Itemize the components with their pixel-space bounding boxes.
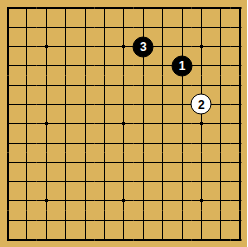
board-intersection bbox=[114, 211, 133, 230]
board-intersection bbox=[114, 172, 133, 191]
board-intersection bbox=[192, 230, 211, 247]
board-intersection bbox=[75, 76, 94, 95]
stone-white-2: 2 bbox=[191, 94, 212, 115]
board-intersection bbox=[0, 95, 17, 114]
board-intersection bbox=[95, 0, 114, 18]
stone-move-number: 1 bbox=[179, 60, 186, 72]
board-intersection bbox=[134, 153, 153, 172]
board-intersection bbox=[192, 191, 211, 210]
board-intersection bbox=[153, 56, 172, 75]
board-intersection bbox=[56, 172, 75, 191]
board-intersection bbox=[211, 76, 230, 95]
stone-move-number: 2 bbox=[198, 98, 205, 110]
board-intersection bbox=[56, 0, 75, 18]
board-intersection bbox=[211, 0, 230, 18]
board-intersection bbox=[95, 114, 114, 133]
board-intersection bbox=[0, 56, 17, 75]
board-intersection bbox=[75, 211, 94, 230]
board-intersection bbox=[0, 153, 17, 172]
board-intersection bbox=[0, 37, 17, 56]
board-intersection bbox=[231, 191, 248, 210]
board-intersection bbox=[134, 211, 153, 230]
board-intersection bbox=[95, 172, 114, 191]
board-intersection bbox=[95, 211, 114, 230]
board-intersection bbox=[172, 114, 191, 133]
board-intersection bbox=[0, 114, 17, 133]
board-intersection bbox=[153, 0, 172, 18]
board-intersection bbox=[134, 56, 153, 75]
board-intersection bbox=[231, 230, 248, 247]
board-intersection bbox=[192, 56, 211, 75]
board-intersection bbox=[75, 230, 94, 247]
board-intersection bbox=[134, 18, 153, 37]
board-intersection bbox=[114, 230, 133, 247]
board-intersection bbox=[56, 114, 75, 133]
board-intersection bbox=[211, 114, 230, 133]
board-intersection bbox=[153, 18, 172, 37]
board-intersection bbox=[231, 0, 248, 18]
board-intersection bbox=[114, 18, 133, 37]
board-intersection bbox=[231, 211, 248, 230]
board-intersection bbox=[37, 18, 56, 37]
board-intersection bbox=[0, 172, 17, 191]
board-intersection bbox=[56, 230, 75, 247]
board-intersection bbox=[172, 0, 191, 18]
board-intersection bbox=[134, 172, 153, 191]
board-intersection: 2 bbox=[192, 95, 211, 114]
board-intersection bbox=[192, 172, 211, 191]
board-intersection bbox=[37, 37, 56, 56]
board-intersection bbox=[95, 153, 114, 172]
board-intersection bbox=[153, 133, 172, 152]
board-intersection bbox=[231, 114, 248, 133]
board-intersection bbox=[95, 76, 114, 95]
board-intersection bbox=[95, 95, 114, 114]
board-intersection bbox=[134, 191, 153, 210]
go-board: 312 bbox=[0, 0, 247, 247]
board-intersection bbox=[75, 191, 94, 210]
go-diagram: 312 bbox=[0, 0, 247, 247]
board-intersection bbox=[114, 153, 133, 172]
board-intersection bbox=[231, 18, 248, 37]
board-intersection bbox=[17, 211, 36, 230]
board-intersection bbox=[153, 153, 172, 172]
board-intersection bbox=[56, 18, 75, 37]
board-intersection bbox=[56, 76, 75, 95]
board-intersection bbox=[231, 133, 248, 152]
board-intersection bbox=[134, 114, 153, 133]
board-intersection bbox=[37, 76, 56, 95]
board-intersection bbox=[211, 191, 230, 210]
board-intersection bbox=[211, 18, 230, 37]
board-intersection bbox=[95, 37, 114, 56]
board-intersection bbox=[56, 37, 75, 56]
board-intersection bbox=[95, 191, 114, 210]
board-intersection bbox=[211, 37, 230, 56]
board-intersection bbox=[134, 0, 153, 18]
board-intersection bbox=[153, 172, 172, 191]
board-intersection bbox=[75, 133, 94, 152]
board-intersection bbox=[37, 0, 56, 18]
board-intersection bbox=[37, 191, 56, 210]
board-intersection bbox=[17, 191, 36, 210]
board-intersection bbox=[17, 56, 36, 75]
board-intersection bbox=[0, 211, 17, 230]
board-intersection bbox=[172, 37, 191, 56]
board-intersection bbox=[37, 114, 56, 133]
board-intersection bbox=[192, 133, 211, 152]
board-intersection bbox=[231, 153, 248, 172]
board-intersection bbox=[95, 133, 114, 152]
board-intersection bbox=[37, 230, 56, 247]
board-intersection: 1 bbox=[172, 56, 191, 75]
board-intersection bbox=[75, 0, 94, 18]
board-intersection bbox=[0, 18, 17, 37]
board-intersection bbox=[37, 56, 56, 75]
stone-move-number: 3 bbox=[140, 41, 147, 53]
board-intersection bbox=[17, 76, 36, 95]
board-intersection bbox=[75, 153, 94, 172]
board-intersection bbox=[37, 172, 56, 191]
board-intersection bbox=[172, 230, 191, 247]
board-intersection bbox=[172, 172, 191, 191]
board-intersection bbox=[37, 95, 56, 114]
board-intersection bbox=[56, 95, 75, 114]
board-intersection bbox=[17, 0, 36, 18]
board-intersection bbox=[17, 230, 36, 247]
board-intersection bbox=[231, 37, 248, 56]
board-intersection bbox=[172, 153, 191, 172]
stone-black-3: 3 bbox=[133, 36, 154, 57]
board-intersection bbox=[17, 114, 36, 133]
board-intersection bbox=[75, 37, 94, 56]
board-intersection bbox=[95, 18, 114, 37]
board-intersection bbox=[0, 191, 17, 210]
board-intersection bbox=[17, 172, 36, 191]
board-intersection bbox=[172, 211, 191, 230]
board-intersection bbox=[114, 56, 133, 75]
board-intersection bbox=[153, 37, 172, 56]
board-intersection bbox=[17, 18, 36, 37]
board-intersection bbox=[134, 230, 153, 247]
board-intersection bbox=[211, 95, 230, 114]
board-intersection bbox=[231, 95, 248, 114]
board-intersection bbox=[172, 133, 191, 152]
board-intersection bbox=[114, 133, 133, 152]
board-intersection bbox=[56, 153, 75, 172]
board-intersection bbox=[95, 56, 114, 75]
board-intersection bbox=[192, 0, 211, 18]
board-intersection bbox=[75, 56, 94, 75]
board-intersection bbox=[153, 95, 172, 114]
board-intersection bbox=[134, 76, 153, 95]
board-intersection bbox=[153, 76, 172, 95]
board-intersection bbox=[211, 133, 230, 152]
board-intersection: 3 bbox=[134, 37, 153, 56]
board-intersection bbox=[56, 56, 75, 75]
board-intersection bbox=[37, 211, 56, 230]
board-intersection bbox=[37, 133, 56, 152]
board-intersection bbox=[192, 114, 211, 133]
board-intersection bbox=[56, 211, 75, 230]
board-intersection bbox=[75, 18, 94, 37]
board-intersection bbox=[114, 114, 133, 133]
board-intersection bbox=[153, 230, 172, 247]
board-intersection bbox=[0, 0, 17, 18]
board-intersection bbox=[231, 172, 248, 191]
board-intersection bbox=[114, 37, 133, 56]
stone-black-1: 1 bbox=[172, 55, 193, 76]
board-intersection bbox=[134, 95, 153, 114]
board-intersection bbox=[211, 153, 230, 172]
board-intersection bbox=[75, 95, 94, 114]
board-intersection bbox=[114, 0, 133, 18]
board-intersection bbox=[17, 133, 36, 152]
board-intersection bbox=[172, 95, 191, 114]
board-intersection bbox=[192, 153, 211, 172]
board-intersection bbox=[134, 133, 153, 152]
board-intersection bbox=[0, 133, 17, 152]
board-intersection bbox=[114, 76, 133, 95]
board-intersection bbox=[17, 37, 36, 56]
board-intersection bbox=[153, 114, 172, 133]
board-intersection bbox=[56, 133, 75, 152]
board-intersection bbox=[114, 191, 133, 210]
board-intersection bbox=[17, 95, 36, 114]
board-intersection bbox=[153, 191, 172, 210]
board-intersection bbox=[192, 37, 211, 56]
board-intersection bbox=[211, 230, 230, 247]
board-intersection bbox=[75, 172, 94, 191]
board-intersection bbox=[192, 76, 211, 95]
board-intersection bbox=[114, 95, 133, 114]
board-intersection bbox=[211, 172, 230, 191]
board-intersection bbox=[231, 56, 248, 75]
board-intersection bbox=[211, 56, 230, 75]
board-intersection bbox=[172, 18, 191, 37]
board-intersection bbox=[172, 76, 191, 95]
board-intersection bbox=[172, 191, 191, 210]
board-intersection bbox=[0, 76, 17, 95]
board-intersection bbox=[37, 153, 56, 172]
board-intersection bbox=[95, 230, 114, 247]
board-intersection bbox=[75, 114, 94, 133]
board-intersection bbox=[17, 153, 36, 172]
board-intersection bbox=[192, 18, 211, 37]
board-intersection bbox=[153, 211, 172, 230]
board-intersection bbox=[231, 76, 248, 95]
board-intersection bbox=[211, 211, 230, 230]
board-intersection bbox=[192, 211, 211, 230]
board-intersection bbox=[56, 191, 75, 210]
board-intersection bbox=[0, 230, 17, 247]
